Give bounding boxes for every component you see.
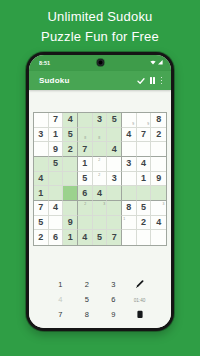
pencil-notes: 3 <box>93 201 107 215</box>
cell-value: 7 <box>141 130 146 139</box>
cell-value: 4 <box>53 203 58 212</box>
cell-r1c7[interactable]: 9 <box>122 113 137 128</box>
cell-r1c5[interactable]: 3 <box>93 113 108 128</box>
cell-r3c8[interactable] <box>137 142 152 157</box>
cell-r7c3[interactable] <box>63 201 78 216</box>
cell-value: 1 <box>141 174 146 183</box>
cell-value: 8 <box>126 203 131 212</box>
pencil-notes: 9 <box>137 113 151 127</box>
cell-value: 7 <box>53 115 58 124</box>
cell-r5c7[interactable] <box>122 172 137 187</box>
numpad-digit-5[interactable]: 5 <box>74 292 101 307</box>
cell-r6c8[interactable] <box>137 186 152 201</box>
cell-r9c2[interactable]: 6 <box>49 230 64 245</box>
cell-value: 5 <box>97 233 102 242</box>
cell-r3c1[interactable] <box>34 142 49 157</box>
cell-r4c1[interactable] <box>34 157 49 172</box>
cell-r3c7[interactable] <box>122 142 137 157</box>
cell-r2c5[interactable]: 8 <box>93 128 108 143</box>
cell-value: 7 <box>82 145 87 154</box>
cell-r8c7[interactable]: 1 <box>122 216 137 231</box>
cell-value: 2 <box>68 145 73 154</box>
cell-value: 6 <box>82 189 87 198</box>
cell-r4c4[interactable]: 1 <box>78 157 93 172</box>
pencil-notes: 2 <box>93 172 107 186</box>
cell-r4c7[interactable]: 3 <box>122 157 137 172</box>
app-title: Sudoku <box>39 76 70 85</box>
status-bar: 8:51 <box>29 55 171 71</box>
sudoku-board: 7435998315884729274512344523191647423853… <box>33 112 167 246</box>
cell-value: 8 <box>156 115 161 124</box>
cell-r5c2[interactable] <box>49 172 64 187</box>
cell-r6c6[interactable] <box>107 186 122 201</box>
cell-value: 7 <box>38 203 43 212</box>
cell-r2c8[interactable]: 7 <box>137 128 152 143</box>
cell-r9c9[interactable] <box>151 230 166 245</box>
cell-r5c3[interactable] <box>63 172 78 187</box>
cell-value: 5 <box>38 218 43 227</box>
cell-r8c2[interactable] <box>49 216 64 231</box>
cell-r5c5[interactable]: 2 <box>93 172 108 187</box>
cell-r3c3[interactable]: 2 <box>63 142 78 157</box>
app-bar: Sudoku <box>29 71 171 90</box>
cell-value: 4 <box>141 159 146 168</box>
cell-r7c2[interactable]: 4 <box>49 201 64 216</box>
status-time: 8:51 <box>39 60 50 66</box>
cell-r1c1[interactable] <box>34 113 49 128</box>
pause-icon[interactable] <box>148 76 157 85</box>
cell-r9c8[interactable] <box>137 230 152 245</box>
wifi-icon <box>150 60 156 65</box>
cell-value: 3 <box>97 115 102 124</box>
cell-value: 3 <box>112 174 117 183</box>
cell-r1c6[interactable]: 5 <box>107 113 122 128</box>
cell-r6c7[interactable] <box>122 186 137 201</box>
cell-value: 9 <box>68 218 73 227</box>
marketing-line-1: Unlimited Sudoku <box>0 7 200 27</box>
cell-r5c6[interactable]: 3 <box>107 172 122 187</box>
cell-value: 3 <box>38 130 43 139</box>
cell-r8c9[interactable]: 4 <box>151 216 166 231</box>
pencil-notes: 8 <box>78 128 92 142</box>
cell-value: 9 <box>53 145 58 154</box>
cell-value: 4 <box>97 189 102 198</box>
cell-value: 1 <box>68 233 73 242</box>
cell-r3c6[interactable]: 4 <box>107 142 122 157</box>
cell-r4c5[interactable]: 2 <box>93 157 108 172</box>
cell-value: 4 <box>82 233 87 242</box>
cell-r6c3[interactable] <box>63 186 78 201</box>
cell-r1c9[interactable]: 8 <box>151 113 166 128</box>
marketing-line-2: Puzzle Fun for Free <box>0 27 200 47</box>
cell-r6c9[interactable] <box>151 186 166 201</box>
cell-r8c6[interactable] <box>107 216 122 231</box>
cell-r3c2[interactable]: 9 <box>49 142 64 157</box>
cell-r9c5[interactable]: 5 <box>93 230 108 245</box>
cell-r7c9[interactable]: 3 <box>151 201 166 216</box>
cell-r2c9[interactable]: 2 <box>151 128 166 143</box>
cell-r5c1[interactable]: 4 <box>34 172 49 187</box>
cell-r5c4[interactable]: 5 <box>78 172 93 187</box>
cell-r6c5[interactable]: 4 <box>93 186 108 201</box>
check-icon[interactable] <box>136 76 145 85</box>
cell-r9c6[interactable]: 7 <box>107 230 122 245</box>
cell-value: 9 <box>156 174 161 183</box>
game-area: 7435998315884729274512344523191647423853… <box>29 90 171 328</box>
cell-value: 2 <box>38 233 43 242</box>
numpad-digit-8[interactable]: 8 <box>74 307 101 322</box>
cell-r6c4[interactable]: 6 <box>78 186 93 201</box>
numpad-digit-1[interactable]: 1 <box>47 277 74 292</box>
cell-r7c6[interactable] <box>107 201 122 216</box>
cell-value: 4 <box>126 130 131 139</box>
cell-r9c4[interactable]: 4 <box>78 230 93 245</box>
cell-r9c1[interactable]: 2 <box>34 230 49 245</box>
cell-r8c4[interactable] <box>78 216 93 231</box>
camera-punch-hole <box>97 59 104 66</box>
cell-value: 1 <box>38 189 43 198</box>
cell-r2c6[interactable] <box>107 128 122 143</box>
numpad-digit-3[interactable]: 3 <box>100 277 127 292</box>
numpad-digit-4[interactable]: 4 <box>47 292 74 307</box>
cell-value: 5 <box>82 174 87 183</box>
cell-r1c3[interactable]: 4 <box>63 113 78 128</box>
cell-r1c4[interactable] <box>78 113 93 128</box>
cell-r8c8[interactable]: 2 <box>137 216 152 231</box>
cell-value: 5 <box>112 115 117 124</box>
status-icons <box>150 60 163 65</box>
cell-r3c5[interactable] <box>93 142 108 157</box>
eraser-icon[interactable] <box>127 307 154 322</box>
cell-r5c8[interactable]: 1 <box>137 172 152 187</box>
cell-r2c2[interactable]: 1 <box>49 128 64 143</box>
cell-value: 4 <box>68 115 73 124</box>
cell-value: 5 <box>141 203 146 212</box>
cell-r1c8[interactable]: 9 <box>137 113 152 128</box>
pencil-notes: 1 <box>122 216 136 230</box>
cell-r4c6[interactable] <box>107 157 122 172</box>
cell-r8c5[interactable] <box>93 216 108 231</box>
cell-value: 1 <box>53 130 58 139</box>
cell-r4c8[interactable]: 4 <box>137 157 152 172</box>
cell-r3c4[interactable]: 7 <box>78 142 93 157</box>
numpad-digit-6[interactable]: 6 <box>100 292 127 307</box>
elapsed-time: 01:40 <box>127 292 154 307</box>
cell-r4c9[interactable] <box>151 157 166 172</box>
cell-r6c2[interactable] <box>49 186 64 201</box>
cell-value: 6 <box>53 233 58 242</box>
cell-r9c3[interactable]: 1 <box>63 230 78 245</box>
pencil-notes: 3 <box>151 201 166 215</box>
pencil-notes: 9 <box>122 113 136 127</box>
cell-value: 2 <box>156 130 161 139</box>
cell-r2c1[interactable]: 3 <box>34 128 49 143</box>
cell-r2c7[interactable]: 4 <box>122 128 137 143</box>
cell-value: 4 <box>156 218 161 227</box>
cell-r7c5[interactable]: 3 <box>93 201 108 216</box>
pencil-notes: 2 <box>93 157 107 171</box>
cell-r4c3[interactable] <box>63 157 78 172</box>
pencil-icon[interactable] <box>127 277 154 292</box>
cell-value: 4 <box>112 145 117 154</box>
cell-r4c2[interactable]: 5 <box>49 157 64 172</box>
cell-r7c4[interactable]: 2 <box>78 201 93 216</box>
cell-r6c1[interactable]: 1 <box>34 186 49 201</box>
cell-r7c8[interactable]: 5 <box>137 201 152 216</box>
numpad-digit-2[interactable]: 2 <box>74 277 101 292</box>
cell-r2c4[interactable]: 8 <box>78 128 93 143</box>
numpad-digit-9[interactable]: 9 <box>100 307 127 322</box>
cell-r7c7[interactable]: 8 <box>122 201 137 216</box>
cell-r8c3[interactable]: 9 <box>63 216 78 231</box>
cell-value: 7 <box>112 233 117 242</box>
cell-r3c9[interactable] <box>151 142 166 157</box>
phone-screen: 8:51 Sudoku 743599 <box>29 55 171 328</box>
cell-r1c2[interactable]: 7 <box>49 113 64 128</box>
cell-value: 1 <box>82 159 87 168</box>
pencil-notes: 8 <box>93 128 107 142</box>
cell-value: 3 <box>126 159 131 168</box>
cell-value: 5 <box>68 130 73 139</box>
cell-value: 2 <box>141 218 146 227</box>
overflow-menu-icon[interactable] <box>157 76 166 85</box>
pencil-notes: 2 <box>78 201 92 215</box>
cell-r8c1[interactable]: 5 <box>34 216 49 231</box>
cell-r7c1[interactable]: 7 <box>34 201 49 216</box>
marketing-tagline: Unlimited Sudoku Puzzle Fun for Free <box>0 7 200 47</box>
cell-value: 5 <box>53 159 58 168</box>
number-pad: 12345601:40789 <box>47 277 153 322</box>
cell-r9c7[interactable] <box>122 230 137 245</box>
numpad-digit-7[interactable]: 7 <box>47 307 74 322</box>
phone-frame: 8:51 Sudoku 743599 <box>26 52 174 331</box>
signal-icon <box>158 60 163 65</box>
cell-r5c9[interactable]: 9 <box>151 172 166 187</box>
cell-value: 4 <box>38 174 43 183</box>
cell-r2c3[interactable]: 5 <box>63 128 78 143</box>
